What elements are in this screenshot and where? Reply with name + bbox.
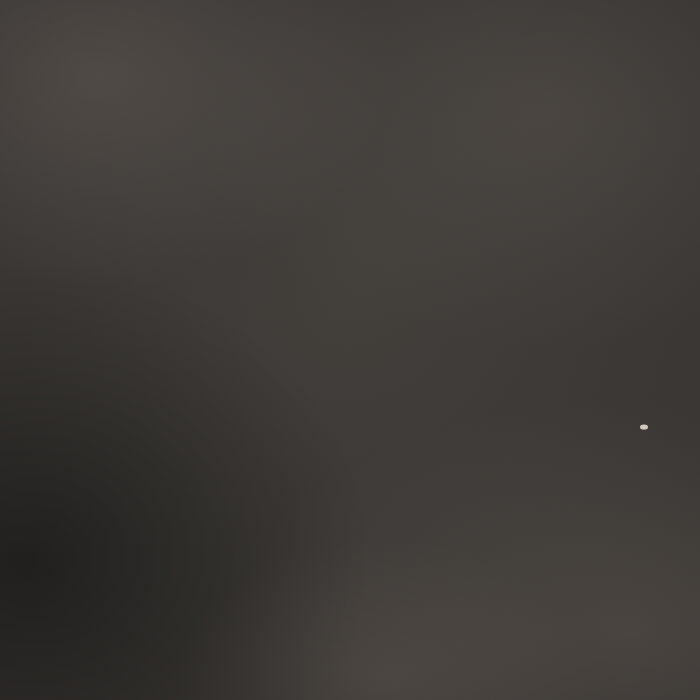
highlight-spot <box>640 424 648 429</box>
chess-set-photo <box>0 0 700 700</box>
